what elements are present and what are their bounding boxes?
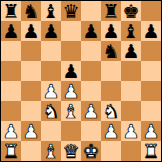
- square-h5[interactable]: [141, 61, 161, 81]
- square-c1[interactable]: ♝: [41, 141, 61, 161]
- square-e3[interactable]: ♟: [81, 101, 101, 121]
- square-d4[interactable]: ♟: [61, 81, 81, 101]
- square-a6[interactable]: [1, 41, 21, 61]
- square-g6[interactable]: ♟: [121, 41, 141, 61]
- square-g2[interactable]: ♟: [121, 121, 141, 141]
- piece-black-rook: ♜: [102, 1, 119, 21]
- piece-black-rook: ♜: [2, 1, 19, 21]
- piece-black-bishop: ♝: [122, 21, 139, 41]
- square-e6[interactable]: [81, 41, 101, 61]
- piece-black-knight: ♞: [22, 1, 39, 21]
- square-b8[interactable]: ♞: [21, 1, 41, 21]
- piece-white-queen: ♛: [62, 141, 79, 161]
- square-f7[interactable]: ♟: [101, 21, 121, 41]
- square-b5[interactable]: [21, 61, 41, 81]
- square-d2[interactable]: [61, 121, 81, 141]
- square-b6[interactable]: [21, 41, 41, 61]
- square-c8[interactable]: ♝: [41, 1, 61, 21]
- square-d3[interactable]: ♝: [61, 101, 81, 121]
- piece-black-knight: ♞: [102, 41, 119, 61]
- square-e1[interactable]: ♚: [81, 141, 101, 161]
- square-c7[interactable]: ♟: [41, 21, 61, 41]
- square-h1[interactable]: ♜: [141, 141, 161, 161]
- piece-black-pawn: ♟: [62, 61, 79, 81]
- square-e4[interactable]: [81, 81, 101, 101]
- piece-white-pawn: ♟: [82, 101, 99, 121]
- square-d5[interactable]: ♟: [61, 61, 81, 81]
- square-g7[interactable]: ♝: [121, 21, 141, 41]
- piece-white-bishop: ♝: [62, 101, 79, 121]
- square-d1[interactable]: ♛: [61, 141, 81, 161]
- piece-black-pawn: ♟: [42, 21, 59, 41]
- piece-black-pawn: ♟: [122, 41, 139, 61]
- square-a5[interactable]: [1, 61, 21, 81]
- square-b1[interactable]: [21, 141, 41, 161]
- square-h7[interactable]: ♟: [141, 21, 161, 41]
- square-d6[interactable]: [61, 41, 81, 61]
- square-d8[interactable]: ♛: [61, 1, 81, 21]
- square-c5[interactable]: [41, 61, 61, 81]
- piece-white-pawn: ♟: [42, 81, 59, 101]
- piece-white-knight: ♞: [42, 101, 59, 121]
- square-b2[interactable]: ♟: [21, 121, 41, 141]
- square-e8[interactable]: [81, 1, 101, 21]
- square-a3[interactable]: [1, 101, 21, 121]
- piece-black-pawn: ♟: [102, 21, 119, 41]
- square-b3[interactable]: [21, 101, 41, 121]
- piece-white-pawn: ♟: [62, 81, 79, 101]
- square-f2[interactable]: ♟: [101, 121, 121, 141]
- chess-board: ♜♞♝♛♜♚♟♟♟♟♟♝♟♞♟♟♟♟♞♝♟♞♟♟♟♟♟♜♝♛♚♜: [1, 1, 161, 161]
- square-c2[interactable]: [41, 121, 61, 141]
- square-h3[interactable]: [141, 101, 161, 121]
- square-e7[interactable]: ♟: [81, 21, 101, 41]
- square-f4[interactable]: [101, 81, 121, 101]
- square-b7[interactable]: ♟: [21, 21, 41, 41]
- piece-white-pawn: ♟: [102, 121, 119, 141]
- chess-board-frame: ♜♞♝♛♜♚♟♟♟♟♟♝♟♞♟♟♟♟♞♝♟♞♟♟♟♟♟♜♝♛♚♜: [0, 0, 162, 162]
- square-h2[interactable]: ♟: [141, 121, 161, 141]
- piece-white-knight: ♞: [102, 101, 119, 121]
- square-g4[interactable]: [121, 81, 141, 101]
- square-f8[interactable]: ♜: [101, 1, 121, 21]
- piece-black-pawn: ♟: [142, 21, 159, 41]
- square-f5[interactable]: [101, 61, 121, 81]
- square-c4[interactable]: ♟: [41, 81, 61, 101]
- square-a8[interactable]: ♜: [1, 1, 21, 21]
- piece-black-pawn: ♟: [22, 21, 39, 41]
- square-a2[interactable]: ♟: [1, 121, 21, 141]
- square-a1[interactable]: ♜: [1, 141, 21, 161]
- square-f1[interactable]: [101, 141, 121, 161]
- square-a4[interactable]: [1, 81, 21, 101]
- square-g1[interactable]: [121, 141, 141, 161]
- piece-black-bishop: ♝: [42, 1, 59, 21]
- piece-black-pawn: ♟: [2, 21, 19, 41]
- square-c3[interactable]: ♞: [41, 101, 61, 121]
- square-g3[interactable]: [121, 101, 141, 121]
- piece-white-pawn: ♟: [122, 121, 139, 141]
- square-f3[interactable]: ♞: [101, 101, 121, 121]
- square-f6[interactable]: ♞: [101, 41, 121, 61]
- piece-white-pawn: ♟: [2, 121, 19, 141]
- piece-white-rook: ♜: [2, 141, 19, 161]
- piece-white-rook: ♜: [142, 141, 159, 161]
- square-g8[interactable]: ♚: [121, 1, 141, 21]
- piece-white-bishop: ♝: [42, 141, 59, 161]
- square-b4[interactable]: [21, 81, 41, 101]
- square-h6[interactable]: [141, 41, 161, 61]
- square-g5[interactable]: [121, 61, 141, 81]
- piece-white-king: ♚: [82, 141, 99, 161]
- piece-black-pawn: ♟: [82, 21, 99, 41]
- piece-black-queen: ♛: [62, 1, 79, 21]
- square-h8[interactable]: [141, 1, 161, 21]
- square-d7[interactable]: [61, 21, 81, 41]
- square-e2[interactable]: [81, 121, 101, 141]
- square-a7[interactable]: ♟: [1, 21, 21, 41]
- piece-white-pawn: ♟: [22, 121, 39, 141]
- square-e5[interactable]: [81, 61, 101, 81]
- piece-black-king: ♚: [122, 1, 139, 21]
- square-h4[interactable]: [141, 81, 161, 101]
- square-c6[interactable]: [41, 41, 61, 61]
- piece-white-pawn: ♟: [142, 121, 159, 141]
